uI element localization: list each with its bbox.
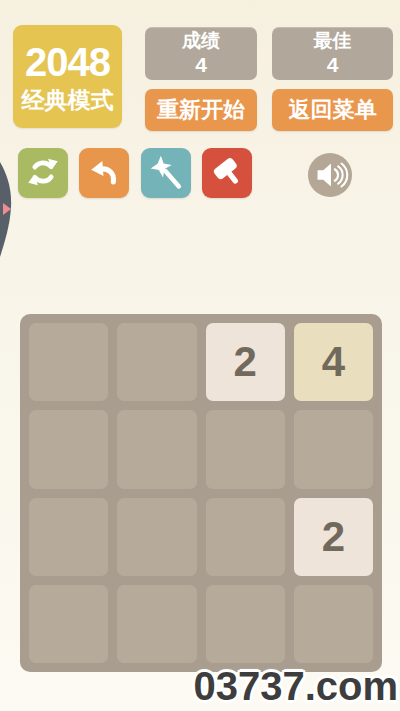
game-logo: 2048 经典模式: [13, 25, 122, 128]
restart-button[interactable]: 重新开始: [145, 89, 257, 131]
score-box: 成绩 4: [145, 27, 257, 80]
empty-cell: [294, 585, 373, 663]
empty-cell: [117, 498, 196, 576]
empty-cell: [294, 410, 373, 488]
empty-cell: [29, 410, 108, 488]
undo-arrow-icon: [87, 155, 121, 192]
board-grid[interactable]: 242: [20, 314, 382, 672]
empty-cell: [117, 585, 196, 663]
empty-cell: [206, 410, 285, 488]
empty-cell: [117, 323, 196, 401]
empty-cell: [29, 585, 108, 663]
hammer-icon: [209, 154, 245, 193]
wand-button[interactable]: [141, 148, 191, 198]
return-menu-button[interactable]: 返回菜单: [272, 89, 393, 131]
app-screen: 2048 经典模式 成绩 4 最佳 4 重新开始 返回菜单: [0, 0, 400, 711]
best-value: 4: [327, 52, 339, 77]
best-label: 最佳: [314, 30, 352, 53]
empty-cell: [206, 585, 285, 663]
edge-arrow-icon: [0, 245, 16, 260]
empty-cell: [117, 410, 196, 488]
tile-2: 2: [206, 323, 285, 401]
hammer-button[interactable]: [202, 148, 252, 198]
logo-subtitle: 经典模式: [22, 89, 114, 112]
undo-button[interactable]: [79, 148, 129, 198]
watermark: 03737.com: [193, 664, 398, 709]
tile-2: 2: [294, 498, 373, 576]
magic-wand-icon: [148, 154, 184, 193]
refresh-icon: [26, 155, 60, 192]
score-value: 4: [195, 52, 207, 77]
tile-4: 4: [294, 323, 373, 401]
empty-cell: [29, 323, 108, 401]
empty-cell: [206, 498, 285, 576]
score-label: 成绩: [182, 30, 220, 53]
logo-title: 2048: [25, 42, 110, 82]
best-box: 最佳 4: [272, 27, 393, 80]
sound-button[interactable]: [307, 152, 353, 198]
floating-widget-handle[interactable]: [0, 162, 16, 257]
speaker-icon: [307, 186, 353, 201]
empty-cell: [29, 498, 108, 576]
refresh-button[interactable]: [18, 148, 68, 198]
